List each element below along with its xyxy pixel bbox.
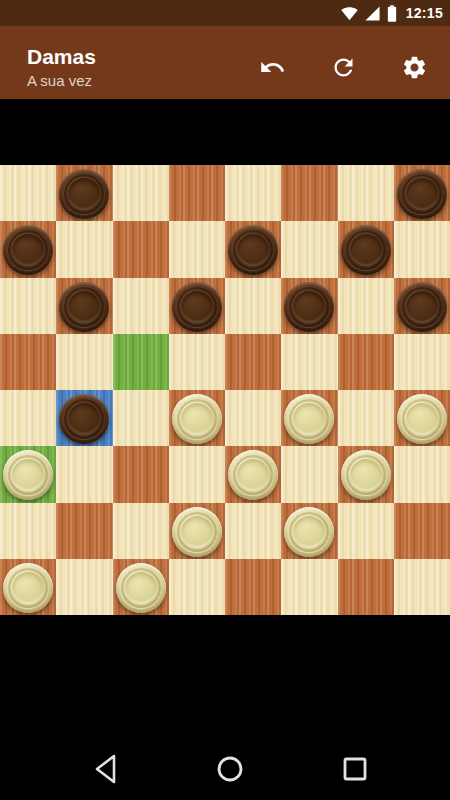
board-cell-r0c3[interactable] [169, 165, 225, 221]
recents-button[interactable] [343, 757, 367, 781]
back-button[interactable] [93, 754, 117, 784]
battery-icon [387, 5, 397, 22]
board-cell-r7c7[interactable] [394, 559, 450, 615]
light-piece[interactable] [284, 507, 334, 557]
board-cell-r3c1[interactable] [56, 334, 112, 390]
board-cell-r5c0[interactable] [0, 446, 56, 502]
board-cell-r5c2[interactable] [113, 446, 169, 502]
board-cell-r1c5[interactable] [281, 221, 337, 277]
status-bar: 12:15 [0, 0, 450, 26]
home-icon [217, 756, 243, 782]
board-cell-r3c5[interactable] [281, 334, 337, 390]
board-cell-r7c0[interactable] [0, 559, 56, 615]
board-cell-r0c7[interactable] [394, 165, 450, 221]
board-cell-r3c6[interactable] [338, 334, 394, 390]
board-cell-r2c2[interactable] [113, 278, 169, 334]
dark-piece[interactable] [59, 169, 109, 219]
signal-icon [364, 5, 381, 22]
light-piece[interactable] [397, 394, 447, 444]
board-cell-r1c7[interactable] [394, 221, 450, 277]
board-cell-r6c6[interactable] [338, 503, 394, 559]
app-title: Damas [27, 44, 259, 70]
dark-piece[interactable] [59, 282, 109, 332]
light-piece[interactable] [3, 450, 53, 500]
board-cell-r5c5[interactable] [281, 446, 337, 502]
dark-piece[interactable] [59, 394, 109, 444]
navigation-bar [0, 738, 450, 800]
board-cell-r3c7[interactable] [394, 334, 450, 390]
board-cell-r5c1[interactable] [56, 446, 112, 502]
wifi-icon [341, 5, 358, 22]
board-cell-r5c6[interactable] [338, 446, 394, 502]
phone-screen: 12:15 Damas A sua vez [0, 0, 450, 800]
board-cell-r3c4[interactable] [225, 334, 281, 390]
settings-icon [401, 54, 428, 81]
app-bar-actions [259, 54, 428, 81]
board-cell-r6c7[interactable] [394, 503, 450, 559]
board-cell-r6c2[interactable] [113, 503, 169, 559]
settings-button[interactable] [401, 54, 428, 81]
dark-piece[interactable] [341, 225, 391, 275]
board-cell-r3c2[interactable] [113, 334, 169, 390]
board-cell-r2c6[interactable] [338, 278, 394, 334]
board-cell-r1c2[interactable] [113, 221, 169, 277]
board-cell-r7c6[interactable] [338, 559, 394, 615]
turn-status-text: A sua vez [27, 70, 259, 91]
board-cell-r4c2[interactable] [113, 390, 169, 446]
board-cell-r2c3[interactable] [169, 278, 225, 334]
light-piece[interactable] [172, 507, 222, 557]
board-cell-r6c1[interactable] [56, 503, 112, 559]
dark-piece[interactable] [228, 225, 278, 275]
board-cell-r2c5[interactable] [281, 278, 337, 334]
board-cell-r4c6[interactable] [338, 390, 394, 446]
board-cell-r6c3[interactable] [169, 503, 225, 559]
board-cell-r1c0[interactable] [0, 221, 56, 277]
board-cell-r4c5[interactable] [281, 390, 337, 446]
board-cell-r7c4[interactable] [225, 559, 281, 615]
redo-icon [330, 54, 357, 81]
board-cell-r2c1[interactable] [56, 278, 112, 334]
board-cell-r6c0[interactable] [0, 503, 56, 559]
undo-button[interactable] [259, 54, 286, 81]
board-cell-r7c2[interactable] [113, 559, 169, 615]
light-piece[interactable] [116, 563, 166, 613]
light-piece[interactable] [284, 394, 334, 444]
board-cell-r3c0[interactable] [0, 334, 56, 390]
board-cell-r6c4[interactable] [225, 503, 281, 559]
board-cell-r7c5[interactable] [281, 559, 337, 615]
board-cell-r3c3[interactable] [169, 334, 225, 390]
board-cell-r1c4[interactable] [225, 221, 281, 277]
light-piece[interactable] [172, 394, 222, 444]
board-cell-r7c1[interactable] [56, 559, 112, 615]
board-cell-r4c3[interactable] [169, 390, 225, 446]
light-piece[interactable] [228, 450, 278, 500]
app-bar-titles: Damas A sua vez [27, 44, 259, 91]
light-piece[interactable] [3, 563, 53, 613]
board-cell-r7c3[interactable] [169, 559, 225, 615]
dark-piece[interactable] [397, 169, 447, 219]
light-piece[interactable] [341, 450, 391, 500]
board-cell-r1c3[interactable] [169, 221, 225, 277]
board-cell-r0c1[interactable] [56, 165, 112, 221]
board-cell-r5c3[interactable] [169, 446, 225, 502]
board-cell-r4c4[interactable] [225, 390, 281, 446]
dark-piece[interactable] [397, 282, 447, 332]
status-time: 12:15 [406, 5, 443, 21]
dark-piece[interactable] [284, 282, 334, 332]
board-cell-r4c1[interactable] [56, 390, 112, 446]
board-cell-r4c7[interactable] [394, 390, 450, 446]
checkers-board [0, 165, 450, 615]
back-icon [93, 754, 117, 784]
board-cell-r0c2[interactable] [113, 165, 169, 221]
board-cell-r5c7[interactable] [394, 446, 450, 502]
home-button[interactable] [217, 756, 243, 782]
app-bar: Damas A sua vez [0, 26, 450, 99]
dark-piece[interactable] [3, 225, 53, 275]
board-cell-r2c4[interactable] [225, 278, 281, 334]
board-cell-r0c6[interactable] [338, 165, 394, 221]
board-cell-r0c0[interactable] [0, 165, 56, 221]
board-cell-r0c5[interactable] [281, 165, 337, 221]
redo-button[interactable] [330, 54, 357, 81]
board-cell-r2c7[interactable] [394, 278, 450, 334]
board-cell-r0c4[interactable] [225, 165, 281, 221]
board-cell-r4c0[interactable] [0, 390, 56, 446]
board-cell-r1c1[interactable] [56, 221, 112, 277]
board-cell-r5c4[interactable] [225, 446, 281, 502]
recents-icon [343, 757, 367, 781]
undo-icon [259, 54, 286, 81]
board-cell-r2c0[interactable] [0, 278, 56, 334]
board-cell-r6c5[interactable] [281, 503, 337, 559]
board-cell-r1c6[interactable] [338, 221, 394, 277]
dark-piece[interactable] [172, 282, 222, 332]
